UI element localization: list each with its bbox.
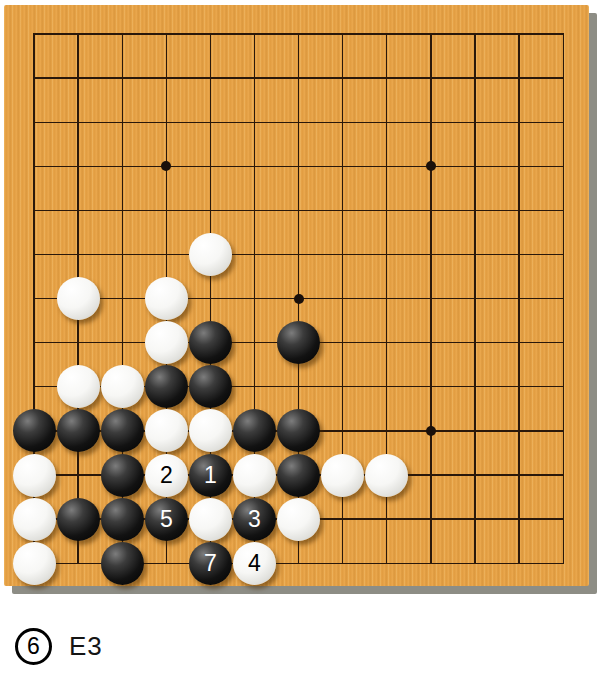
white-stone <box>189 498 232 541</box>
star-point <box>426 426 436 436</box>
white-stone: 4 <box>233 542 276 585</box>
black-stone <box>145 365 188 408</box>
white-stone <box>233 454 276 497</box>
caption-move-coordinate: E3 <box>69 631 103 662</box>
black-stone <box>233 409 276 452</box>
go-board: 215374 <box>4 5 589 586</box>
black-stone <box>13 409 56 452</box>
white-stone <box>189 233 232 276</box>
black-stone: 1 <box>189 454 232 497</box>
white-stone <box>145 277 188 320</box>
white-stone <box>321 454 364 497</box>
star-point <box>294 294 304 304</box>
white-stone: 2 <box>145 454 188 497</box>
star-point <box>161 161 171 171</box>
black-stone: 7 <box>189 542 232 585</box>
black-stone <box>57 498 100 541</box>
black-stone: 3 <box>233 498 276 541</box>
black-stone: 5 <box>145 498 188 541</box>
move-number-label: 3 <box>248 508 261 531</box>
black-stone <box>101 454 144 497</box>
black-stone <box>277 321 320 364</box>
move-number-label: 2 <box>160 464 173 487</box>
black-stone <box>101 542 144 585</box>
grid-line-vertical <box>430 33 431 564</box>
black-stone <box>101 498 144 541</box>
white-stone <box>13 542 56 585</box>
black-stone <box>189 365 232 408</box>
go-diagram: 215374 6 E3 <box>0 0 600 695</box>
white-stone <box>13 498 56 541</box>
move-number-label: 5 <box>160 508 173 531</box>
black-stone <box>277 409 320 452</box>
white-stone <box>189 409 232 452</box>
white-stone <box>13 454 56 497</box>
black-stone <box>57 409 100 452</box>
white-stone-circle-6: 6 <box>15 628 52 665</box>
move-number-label: 1 <box>204 464 217 487</box>
grid-line-vertical <box>563 33 564 564</box>
black-stone <box>277 454 320 497</box>
white-stone <box>145 409 188 452</box>
white-stone <box>57 277 100 320</box>
white-stone <box>365 454 408 497</box>
move-number-label: 7 <box>204 552 217 575</box>
move-number-label: 4 <box>248 552 261 575</box>
star-point <box>426 161 436 171</box>
black-stone <box>101 409 144 452</box>
white-stone <box>101 365 144 408</box>
white-stone <box>145 321 188 364</box>
grid-line-vertical <box>518 33 519 564</box>
caption-move-number: 6 <box>27 635 40 658</box>
white-stone <box>277 498 320 541</box>
grid-line-vertical <box>474 33 475 564</box>
black-stone <box>189 321 232 364</box>
move-caption: 6 E3 <box>15 628 103 665</box>
white-stone <box>57 365 100 408</box>
